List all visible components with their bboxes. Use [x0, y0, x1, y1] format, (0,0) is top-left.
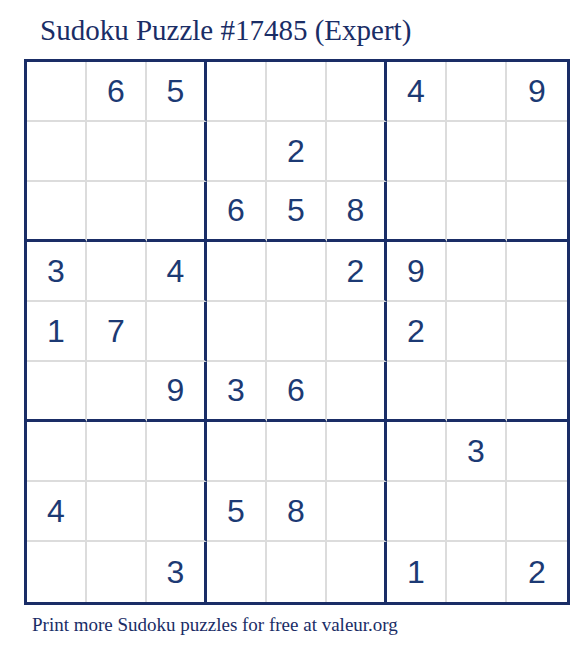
cell-r1c1[interactable] [27, 62, 87, 122]
cell-r8c5[interactable]: 8 [267, 482, 327, 542]
cell-r3c7[interactable] [387, 182, 447, 242]
cell-r9c2[interactable] [87, 542, 147, 602]
cell-r7c3[interactable] [147, 422, 207, 482]
cell-r4c2[interactable] [87, 242, 147, 302]
cell-r4c9[interactable] [507, 242, 567, 302]
cell-r8c8[interactable] [447, 482, 507, 542]
cell-r8c7[interactable] [387, 482, 447, 542]
cell-r2c5[interactable]: 2 [267, 122, 327, 182]
cell-r1c5[interactable] [267, 62, 327, 122]
cell-r8c4[interactable]: 5 [207, 482, 267, 542]
cell-r2c6[interactable] [327, 122, 387, 182]
footer-text: Print more Sudoku puzzles for free at va… [32, 614, 398, 636]
cell-r5c8[interactable] [447, 302, 507, 362]
cell-r6c9[interactable] [507, 362, 567, 422]
cell-r4c4[interactable] [207, 242, 267, 302]
cell-r1c2[interactable]: 6 [87, 62, 147, 122]
sudoku-page: Sudoku Puzzle #17485 (Expert) 6549265834… [0, 0, 580, 651]
cell-r6c8[interactable] [447, 362, 507, 422]
cell-r6c3[interactable]: 9 [147, 362, 207, 422]
cell-r7c8[interactable]: 3 [447, 422, 507, 482]
cell-r3c6[interactable]: 8 [327, 182, 387, 242]
cell-r1c7[interactable]: 4 [387, 62, 447, 122]
cell-r3c5[interactable]: 5 [267, 182, 327, 242]
cell-r3c1[interactable] [27, 182, 87, 242]
cell-r2c2[interactable] [87, 122, 147, 182]
cell-r3c9[interactable] [507, 182, 567, 242]
cell-r1c9[interactable]: 9 [507, 62, 567, 122]
cell-r1c8[interactable] [447, 62, 507, 122]
cell-r9c3[interactable]: 3 [147, 542, 207, 602]
cell-r6c1[interactable] [27, 362, 87, 422]
cell-r6c7[interactable] [387, 362, 447, 422]
cell-r5c3[interactable] [147, 302, 207, 362]
cell-r6c5[interactable]: 6 [267, 362, 327, 422]
cell-r7c9[interactable] [507, 422, 567, 482]
cell-r8c6[interactable] [327, 482, 387, 542]
cell-r7c5[interactable] [267, 422, 327, 482]
cell-r2c1[interactable] [27, 122, 87, 182]
cell-r1c4[interactable] [207, 62, 267, 122]
cell-r9c1[interactable] [27, 542, 87, 602]
cell-r9c8[interactable] [447, 542, 507, 602]
cell-r4c5[interactable] [267, 242, 327, 302]
cell-r8c2[interactable] [87, 482, 147, 542]
cell-r7c1[interactable] [27, 422, 87, 482]
cell-r5c2[interactable]: 7 [87, 302, 147, 362]
cell-r9c6[interactable] [327, 542, 387, 602]
cell-r2c4[interactable] [207, 122, 267, 182]
cell-r4c1[interactable]: 3 [27, 242, 87, 302]
cell-r4c7[interactable]: 9 [387, 242, 447, 302]
cell-r2c9[interactable] [507, 122, 567, 182]
cell-r1c6[interactable] [327, 62, 387, 122]
cell-r6c2[interactable] [87, 362, 147, 422]
cell-r8c9[interactable] [507, 482, 567, 542]
cell-r5c1[interactable]: 1 [27, 302, 87, 362]
cell-r7c2[interactable] [87, 422, 147, 482]
cell-r1c3[interactable]: 5 [147, 62, 207, 122]
cell-r9c4[interactable] [207, 542, 267, 602]
cell-r3c2[interactable] [87, 182, 147, 242]
cell-r3c4[interactable]: 6 [207, 182, 267, 242]
sudoku-board: 6549265834291729363458312 [24, 59, 570, 605]
cell-r2c7[interactable] [387, 122, 447, 182]
cell-r4c3[interactable]: 4 [147, 242, 207, 302]
cell-r5c6[interactable] [327, 302, 387, 362]
cell-r5c7[interactable]: 2 [387, 302, 447, 362]
cell-r9c9[interactable]: 2 [507, 542, 567, 602]
cell-r5c9[interactable] [507, 302, 567, 362]
cell-r9c5[interactable] [267, 542, 327, 602]
cell-r8c1[interactable]: 4 [27, 482, 87, 542]
cell-r5c4[interactable] [207, 302, 267, 362]
cell-r5c5[interactable] [267, 302, 327, 362]
cell-r2c3[interactable] [147, 122, 207, 182]
cell-r7c6[interactable] [327, 422, 387, 482]
cell-r8c3[interactable] [147, 482, 207, 542]
cell-r7c7[interactable] [387, 422, 447, 482]
cell-r7c4[interactable] [207, 422, 267, 482]
cell-r6c6[interactable] [327, 362, 387, 422]
cell-r6c4[interactable]: 3 [207, 362, 267, 422]
cell-r4c6[interactable]: 2 [327, 242, 387, 302]
cell-r3c8[interactable] [447, 182, 507, 242]
cell-r2c8[interactable] [447, 122, 507, 182]
cell-r4c8[interactable] [447, 242, 507, 302]
page-title: Sudoku Puzzle #17485 (Expert) [40, 14, 411, 47]
cell-r3c3[interactable] [147, 182, 207, 242]
cell-r9c7[interactable]: 1 [387, 542, 447, 602]
